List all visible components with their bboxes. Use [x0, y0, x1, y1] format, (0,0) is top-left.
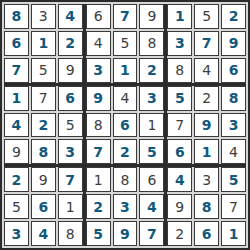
cell-r7c9[interactable]: 5: [221, 167, 246, 192]
cell-r8c5[interactable]: 3: [113, 194, 138, 219]
cell-r6c5[interactable]: 2: [113, 139, 138, 164]
cell-r7c7[interactable]: 4: [167, 167, 192, 192]
cell-r5c4[interactable]: 8: [86, 113, 111, 138]
box-r2c1: 176425983: [4, 86, 83, 165]
cell-r7c8[interactable]: 3: [194, 167, 219, 192]
cell-r4c2[interactable]: 7: [31, 86, 56, 111]
cell-r2c6[interactable]: 8: [139, 31, 164, 56]
cell-r7c5[interactable]: 8: [113, 167, 138, 192]
cell-r1c6[interactable]: 9: [139, 4, 164, 29]
cell-r1c2[interactable]: 3: [31, 4, 56, 29]
cell-r2c3[interactable]: 2: [58, 31, 83, 56]
cell-r2c2[interactable]: 1: [31, 31, 56, 56]
cell-r7c2[interactable]: 9: [31, 167, 56, 192]
cell-r5c3[interactable]: 5: [58, 113, 83, 138]
cell-r4c3[interactable]: 6: [58, 86, 83, 111]
cell-r6c1[interactable]: 9: [4, 139, 29, 164]
cell-r6c3[interactable]: 3: [58, 139, 83, 164]
cell-r1c1[interactable]: 8: [4, 4, 29, 29]
box-r3c2: 186234597: [86, 167, 165, 246]
cell-r5c9[interactable]: 3: [221, 113, 246, 138]
cell-r1c8[interactable]: 5: [194, 4, 219, 29]
cell-r6c9[interactable]: 4: [221, 139, 246, 164]
cell-r2c7[interactable]: 3: [167, 31, 192, 56]
box-r1c2: 679458312: [86, 4, 165, 83]
cell-r7c4[interactable]: 1: [86, 167, 111, 192]
cell-r6c6[interactable]: 5: [139, 139, 164, 164]
cell-r4c5[interactable]: 4: [113, 86, 138, 111]
cell-r3c5[interactable]: 1: [113, 58, 138, 83]
cell-r4c7[interactable]: 5: [167, 86, 192, 111]
cell-r1c4[interactable]: 6: [86, 4, 111, 29]
cell-r2c1[interactable]: 6: [4, 31, 29, 56]
cell-r3c1[interactable]: 7: [4, 58, 29, 83]
cell-r2c4[interactable]: 4: [86, 31, 111, 56]
cell-r8c2[interactable]: 6: [31, 194, 56, 219]
cell-r8c6[interactable]: 4: [139, 194, 164, 219]
cell-r3c9[interactable]: 6: [221, 58, 246, 83]
sudoku-box-grid: 8346127596794583121523798461764259839438…: [4, 4, 246, 246]
cell-r5c8[interactable]: 9: [194, 113, 219, 138]
cell-r3c4[interactable]: 3: [86, 58, 111, 83]
cell-r5c6[interactable]: 1: [139, 113, 164, 138]
cell-r5c7[interactable]: 7: [167, 113, 192, 138]
box-r1c3: 152379846: [167, 4, 246, 83]
cell-r9c1[interactable]: 3: [4, 221, 29, 246]
cell-r4c8[interactable]: 2: [194, 86, 219, 111]
cell-r7c1[interactable]: 2: [4, 167, 29, 192]
box-r3c1: 297561348: [4, 167, 83, 246]
cell-r4c1[interactable]: 1: [4, 86, 29, 111]
cell-r8c3[interactable]: 1: [58, 194, 83, 219]
cell-r3c6[interactable]: 2: [139, 58, 164, 83]
cell-r6c8[interactable]: 1: [194, 139, 219, 164]
cell-r7c3[interactable]: 7: [58, 167, 83, 192]
cell-r9c8[interactable]: 6: [194, 221, 219, 246]
box-r3c3: 435987261: [167, 167, 246, 246]
cell-r2c8[interactable]: 7: [194, 31, 219, 56]
cell-r1c3[interactable]: 4: [58, 4, 83, 29]
box-r2c2: 943861725: [86, 86, 165, 165]
box-r2c3: 528793614: [167, 86, 246, 165]
cell-r3c3[interactable]: 9: [58, 58, 83, 83]
cell-r9c6[interactable]: 7: [139, 221, 164, 246]
cell-r9c4[interactable]: 5: [86, 221, 111, 246]
cell-r6c2[interactable]: 8: [31, 139, 56, 164]
cell-r6c4[interactable]: 7: [86, 139, 111, 164]
cell-r8c1[interactable]: 5: [4, 194, 29, 219]
cell-r1c7[interactable]: 1: [167, 4, 192, 29]
cell-r9c7[interactable]: 2: [167, 221, 192, 246]
cell-r1c5[interactable]: 7: [113, 4, 138, 29]
cell-r8c7[interactable]: 9: [167, 194, 192, 219]
cell-r6c7[interactable]: 6: [167, 139, 192, 164]
cell-r9c2[interactable]: 4: [31, 221, 56, 246]
cell-r9c5[interactable]: 9: [113, 221, 138, 246]
cell-r8c4[interactable]: 2: [86, 194, 111, 219]
sudoku-board: 8346127596794583121523798461764259839438…: [0, 0, 250, 250]
cell-r9c3[interactable]: 8: [58, 221, 83, 246]
cell-r4c9[interactable]: 8: [221, 86, 246, 111]
cell-r3c2[interactable]: 5: [31, 58, 56, 83]
cell-r9c9[interactable]: 1: [221, 221, 246, 246]
cell-r1c9[interactable]: 2: [221, 4, 246, 29]
cell-r5c5[interactable]: 6: [113, 113, 138, 138]
cell-r8c8[interactable]: 8: [194, 194, 219, 219]
box-r1c1: 834612759: [4, 4, 83, 83]
cell-r2c9[interactable]: 9: [221, 31, 246, 56]
cell-r4c4[interactable]: 9: [86, 86, 111, 111]
cell-r3c7[interactable]: 8: [167, 58, 192, 83]
cell-r4c6[interactable]: 3: [139, 86, 164, 111]
cell-r7c6[interactable]: 6: [139, 167, 164, 192]
cell-r3c8[interactable]: 4: [194, 58, 219, 83]
cell-r8c9[interactable]: 7: [221, 194, 246, 219]
cell-r2c5[interactable]: 5: [113, 31, 138, 56]
cell-r5c1[interactable]: 4: [4, 113, 29, 138]
cell-r5c2[interactable]: 2: [31, 113, 56, 138]
